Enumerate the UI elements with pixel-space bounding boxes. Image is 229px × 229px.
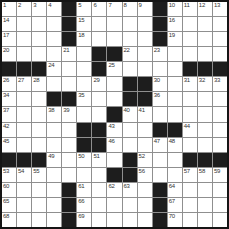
cell-r7c13[interactable] — [183, 92, 197, 106]
cell-r8c5[interactable]: 39 — [62, 107, 76, 121]
clue-number-9: 9 — [139, 2, 142, 8]
cell-r1c7[interactable]: 6 — [92, 2, 106, 16]
clue-number-54: 54 — [18, 168, 24, 174]
clue-number-49: 49 — [48, 153, 54, 159]
clue-number-28: 28 — [33, 77, 39, 83]
cell-r2c7[interactable] — [92, 17, 106, 31]
cell-r8c10[interactable]: 41 — [138, 107, 152, 121]
cell-r11c12[interactable] — [168, 153, 182, 167]
cell-r7c1[interactable]: 34 — [2, 92, 16, 106]
cell-r12c3[interactable]: 55 — [32, 168, 46, 182]
cell-r10c9[interactable] — [123, 138, 137, 152]
cell-r3c10[interactable] — [138, 32, 152, 46]
clue-number-38: 38 — [48, 107, 54, 113]
cell-r3c7[interactable] — [92, 32, 106, 46]
cell-r15c1[interactable]: 68 — [2, 213, 16, 227]
cell-r3c1[interactable]: 17 — [2, 32, 16, 46]
cell-r5c10[interactable] — [138, 62, 152, 76]
cell-r2c6[interactable]: 15 — [77, 17, 91, 31]
cell-r6c7[interactable]: 29 — [92, 77, 106, 91]
clue-number-60: 60 — [3, 183, 9, 189]
cell-r6c3[interactable]: 28 — [32, 77, 46, 91]
cell-r4c6[interactable] — [77, 47, 91, 61]
cell-r7c2[interactable] — [17, 92, 31, 106]
cell-r7c7[interactable] — [92, 92, 106, 106]
cell-r4c10[interactable] — [138, 47, 152, 61]
cell-r12c13[interactable]: 57 — [183, 168, 197, 182]
clue-number-11: 11 — [184, 2, 190, 8]
black-cell-r11c14 — [198, 153, 212, 167]
cell-r14c6[interactable]: 66 — [77, 198, 91, 212]
black-cell-r11c9 — [123, 153, 137, 167]
cell-r1c10[interactable]: 9 — [138, 2, 152, 16]
cell-r9c3[interactable] — [32, 123, 46, 137]
black-cell-r9c7 — [92, 123, 106, 137]
cell-r10c3[interactable] — [32, 138, 46, 152]
cell-r11c10[interactable]: 52 — [138, 153, 152, 167]
cell-r1c4[interactable]: 4 — [47, 2, 61, 16]
cell-r4c2[interactable] — [17, 47, 31, 61]
clue-number-67: 67 — [169, 198, 175, 204]
black-cell-r5c1 — [2, 62, 16, 76]
cell-r3c13[interactable] — [183, 32, 197, 46]
cell-r13c10[interactable] — [138, 183, 152, 197]
cell-r3c14[interactable] — [198, 32, 212, 46]
cell-r6c12[interactable] — [168, 77, 182, 91]
cell-r12c10[interactable]: 56 — [138, 168, 152, 182]
cell-r3c6[interactable]: 18 — [77, 32, 91, 46]
cell-r7c14[interactable] — [198, 92, 212, 106]
clue-number-22: 22 — [124, 47, 130, 53]
cell-r5c11[interactable] — [153, 62, 167, 76]
cell-r11c5[interactable] — [62, 153, 76, 167]
black-cell-r7c5 — [62, 92, 76, 106]
cell-r12c14[interactable]: 58 — [198, 168, 212, 182]
cell-r1c6[interactable]: 5 — [77, 2, 91, 16]
black-cell-r9c12 — [168, 123, 182, 137]
clue-number-17: 17 — [3, 32, 9, 38]
clue-number-61: 61 — [78, 183, 84, 189]
clue-number-50: 50 — [78, 153, 84, 159]
cell-r15c8[interactable] — [107, 213, 121, 227]
black-cell-r5c2 — [17, 62, 31, 76]
black-cell-r11c1 — [2, 153, 16, 167]
cell-r8c4[interactable]: 38 — [47, 107, 61, 121]
black-cell-r11c13 — [183, 153, 197, 167]
cell-r8c6[interactable] — [77, 107, 91, 121]
clue-number-39: 39 — [63, 107, 69, 113]
cell-r14c10[interactable] — [138, 198, 152, 212]
cell-r14c12[interactable]: 67 — [168, 198, 182, 212]
clue-number-10: 10 — [169, 2, 175, 8]
cell-r14c7[interactable] — [92, 198, 106, 212]
cell-r12c6[interactable] — [77, 168, 91, 182]
cell-r15c9[interactable] — [123, 213, 137, 227]
clue-number-4: 4 — [48, 2, 51, 8]
clue-number-37: 37 — [3, 107, 9, 113]
black-cell-r7c10 — [138, 92, 152, 106]
clue-number-52: 52 — [139, 153, 145, 159]
cell-r10c1[interactable]: 45 — [2, 138, 16, 152]
clue-number-69: 69 — [78, 213, 84, 219]
cell-r1c15[interactable]: 13 — [213, 2, 227, 16]
clue-number-36: 36 — [154, 92, 160, 98]
cell-r14c14[interactable] — [198, 198, 212, 212]
cell-r2c4[interactable] — [47, 17, 61, 31]
clue-number-40: 40 — [124, 107, 130, 113]
clue-number-56: 56 — [139, 168, 145, 174]
cell-r15c13[interactable] — [183, 213, 197, 227]
black-cell-r7c4 — [47, 92, 61, 106]
black-cell-r5c7 — [92, 62, 106, 76]
cell-r15c15[interactable] — [213, 213, 227, 227]
clue-number-59: 59 — [214, 168, 220, 174]
clue-number-24: 24 — [48, 62, 54, 68]
cell-r13c12[interactable]: 64 — [168, 183, 182, 197]
cell-r1c13[interactable]: 11 — [183, 2, 197, 16]
cell-r8c9[interactable]: 40 — [123, 107, 137, 121]
clue-number-65: 65 — [3, 198, 9, 204]
cell-r2c13[interactable] — [183, 17, 197, 31]
cell-r7c3[interactable] — [32, 92, 46, 106]
cell-r6c8[interactable] — [107, 77, 121, 91]
clue-number-26: 26 — [3, 77, 9, 83]
clue-number-66: 66 — [78, 198, 84, 204]
cell-r3c9[interactable] — [123, 32, 137, 46]
cell-r8c11[interactable] — [153, 107, 167, 121]
cell-r5c5[interactable] — [62, 62, 76, 76]
cell-r4c11[interactable]: 23 — [153, 47, 167, 61]
cell-r14c13[interactable] — [183, 198, 197, 212]
cell-r1c1[interactable]: 1 — [2, 2, 16, 16]
cell-r8c15[interactable] — [213, 107, 227, 121]
clue-number-2: 2 — [18, 2, 21, 8]
cell-r11c8[interactable] — [107, 153, 121, 167]
clue-number-43: 43 — [108, 123, 114, 129]
cell-r1c12[interactable]: 10 — [168, 2, 182, 16]
cell-r10c11[interactable]: 47 — [153, 138, 167, 152]
cell-r15c10[interactable] — [138, 213, 152, 227]
clue-number-55: 55 — [33, 168, 39, 174]
cell-r6c1[interactable]: 26 — [2, 77, 16, 91]
cell-r3c8[interactable] — [107, 32, 121, 46]
clue-number-12: 12 — [199, 2, 205, 8]
cell-r12c15[interactable]: 59 — [213, 168, 227, 182]
cell-r2c3[interactable] — [32, 17, 46, 31]
black-cell-r12c9 — [123, 168, 137, 182]
clue-number-58: 58 — [199, 168, 205, 174]
cell-r12c5[interactable] — [62, 168, 76, 182]
cell-r2c10[interactable] — [138, 17, 152, 31]
cell-r9c9[interactable] — [123, 123, 137, 137]
cell-r15c12[interactable]: 70 — [168, 213, 182, 227]
black-cell-r8c8 — [107, 107, 121, 121]
cell-r6c11[interactable]: 30 — [153, 77, 167, 91]
cell-r10c2[interactable] — [17, 138, 31, 152]
black-cell-r5c13 — [183, 62, 197, 76]
clue-number-64: 64 — [169, 183, 175, 189]
cell-r12c2[interactable]: 54 — [17, 168, 31, 182]
cell-r11c7[interactable]: 51 — [92, 153, 106, 167]
clue-number-57: 57 — [184, 168, 190, 174]
black-cell-r2c5 — [62, 17, 76, 31]
black-cell-r2c11 — [153, 17, 167, 31]
cell-r15c4[interactable] — [47, 213, 61, 227]
clue-number-30: 30 — [154, 77, 160, 83]
cell-r3c12[interactable]: 19 — [168, 32, 182, 46]
cell-r6c2[interactable]: 27 — [17, 77, 31, 91]
clue-number-18: 18 — [78, 32, 84, 38]
cell-r6c14[interactable]: 32 — [198, 77, 212, 91]
cell-r10c15[interactable] — [213, 138, 227, 152]
cell-r13c1[interactable]: 60 — [2, 183, 16, 197]
cell-r14c2[interactable] — [17, 198, 31, 212]
black-cell-r10c6 — [77, 138, 91, 152]
clue-number-13: 13 — [214, 2, 220, 8]
cell-r4c15[interactable] — [213, 47, 227, 61]
cell-r15c2[interactable] — [17, 213, 31, 227]
black-cell-r11c15 — [213, 153, 227, 167]
cell-r15c3[interactable] — [32, 213, 46, 227]
cell-r7c6[interactable]: 35 — [77, 92, 91, 106]
cell-r8c1[interactable]: 37 — [2, 107, 16, 121]
cell-r13c3[interactable] — [32, 183, 46, 197]
cell-r3c15[interactable] — [213, 32, 227, 46]
black-cell-r11c2 — [17, 153, 31, 167]
cell-r2c15[interactable] — [213, 17, 227, 31]
cell-r5c12[interactable] — [168, 62, 182, 76]
cell-r7c8[interactable] — [107, 92, 121, 106]
cell-r12c4[interactable] — [47, 168, 61, 182]
cell-r9c14[interactable] — [198, 123, 212, 137]
cell-r6c5[interactable] — [62, 77, 76, 91]
black-cell-r15c5 — [62, 213, 76, 227]
cell-r1c9[interactable]: 8 — [123, 2, 137, 16]
cell-r10c12[interactable]: 48 — [168, 138, 182, 152]
cell-r4c1[interactable]: 20 — [2, 47, 16, 61]
cell-r3c4[interactable] — [47, 32, 61, 46]
black-cell-r4c8 — [107, 47, 121, 61]
cell-r11c4[interactable]: 49 — [47, 153, 61, 167]
clue-number-3: 3 — [33, 2, 36, 8]
cell-r4c13[interactable] — [183, 47, 197, 61]
cell-r12c12[interactable] — [168, 168, 182, 182]
cell-r4c5[interactable]: 21 — [62, 47, 76, 61]
black-cell-r9c6 — [77, 123, 91, 137]
cell-r5c6[interactable] — [77, 62, 91, 76]
black-cell-r7c9 — [123, 92, 137, 106]
cell-r11c6[interactable]: 50 — [77, 153, 91, 167]
cell-r14c8[interactable] — [107, 198, 121, 212]
cell-r1c14[interactable]: 12 — [198, 2, 212, 16]
cell-r2c9[interactable] — [123, 17, 137, 31]
black-cell-r5c14 — [198, 62, 212, 76]
black-cell-r15c11 — [153, 213, 167, 227]
clue-number-46: 46 — [108, 138, 114, 144]
clue-number-48: 48 — [169, 138, 175, 144]
cell-r1c2[interactable]: 2 — [17, 2, 31, 16]
cell-r15c6[interactable]: 69 — [77, 213, 91, 227]
cell-r4c9[interactable]: 22 — [123, 47, 137, 61]
clue-number-1: 1 — [3, 2, 6, 8]
cell-r9c1[interactable]: 42 — [2, 123, 16, 137]
cell-r8c7[interactable] — [92, 107, 106, 121]
cell-r13c13[interactable] — [183, 183, 197, 197]
clue-number-6: 6 — [93, 2, 96, 8]
black-cell-r6c9 — [123, 77, 137, 91]
cell-r13c9[interactable]: 63 — [123, 183, 137, 197]
cell-r14c4[interactable] — [47, 198, 61, 212]
clue-number-7: 7 — [108, 2, 111, 8]
cell-r13c14[interactable] — [198, 183, 212, 197]
black-cell-r3c5 — [62, 32, 76, 46]
cell-r13c7[interactable] — [92, 183, 106, 197]
clue-number-31: 31 — [184, 77, 190, 83]
cell-r2c14[interactable] — [198, 17, 212, 31]
cell-r10c14[interactable] — [198, 138, 212, 152]
cell-r6c13[interactable]: 31 — [183, 77, 197, 91]
clue-number-44: 44 — [184, 123, 190, 129]
black-cell-r13c5 — [62, 183, 76, 197]
clue-number-33: 33 — [214, 77, 220, 83]
cell-r3c2[interactable] — [17, 32, 31, 46]
cell-r14c1[interactable]: 65 — [2, 198, 16, 212]
black-cell-r4c7 — [92, 47, 106, 61]
clue-number-25: 25 — [108, 62, 114, 68]
black-cell-r5c15 — [213, 62, 227, 76]
cell-r12c11[interactable] — [153, 168, 167, 182]
cell-r6c6[interactable] — [77, 77, 91, 91]
black-cell-r1c11 — [153, 2, 167, 16]
clue-number-8: 8 — [124, 2, 127, 8]
black-cell-r3c11 — [153, 32, 167, 46]
clue-number-70: 70 — [169, 213, 175, 219]
cell-r10c5[interactable] — [62, 138, 76, 152]
cell-r5c8[interactable]: 25 — [107, 62, 121, 76]
clue-number-5: 5 — [78, 2, 81, 8]
cell-r1c8[interactable]: 7 — [107, 2, 121, 16]
clue-number-47: 47 — [154, 138, 160, 144]
clue-number-63: 63 — [124, 183, 130, 189]
cell-r1c3[interactable]: 3 — [32, 2, 46, 16]
black-cell-r1c5 — [62, 2, 76, 16]
cell-r10c8[interactable]: 46 — [107, 138, 121, 152]
cell-r12c7[interactable] — [92, 168, 106, 182]
cell-r7c15[interactable] — [213, 92, 227, 106]
cell-r13c15[interactable] — [213, 183, 227, 197]
clue-number-23: 23 — [154, 47, 160, 53]
clue-number-27: 27 — [18, 77, 24, 83]
black-cell-r6c10 — [138, 77, 152, 91]
clue-number-62: 62 — [108, 183, 114, 189]
clue-number-51: 51 — [93, 153, 99, 159]
cell-r13c8[interactable]: 62 — [107, 183, 121, 197]
cell-r4c3[interactable] — [32, 47, 46, 61]
black-cell-r9c11 — [153, 123, 167, 137]
cell-r10c13[interactable] — [183, 138, 197, 152]
cell-r9c13[interactable]: 44 — [183, 123, 197, 137]
clue-number-29: 29 — [93, 77, 99, 83]
clue-number-42: 42 — [3, 123, 9, 129]
clue-number-20: 20 — [3, 47, 9, 53]
clue-number-19: 19 — [169, 32, 175, 38]
crossword-grid: 1234567891011121314151617181920212223242… — [0, 0, 229, 229]
cell-r15c14[interactable] — [198, 213, 212, 227]
cell-r8c14[interactable] — [198, 107, 212, 121]
cell-r11c11[interactable] — [153, 153, 167, 167]
black-cell-r14c5 — [62, 198, 76, 212]
cell-r8c12[interactable] — [168, 107, 182, 121]
cell-r9c8[interactable]: 43 — [107, 123, 121, 137]
clue-number-35: 35 — [78, 92, 84, 98]
cell-r13c4[interactable] — [47, 183, 61, 197]
cell-r6c15[interactable]: 33 — [213, 77, 227, 91]
cell-r9c5[interactable] — [62, 123, 76, 137]
cell-r7c11[interactable]: 36 — [153, 92, 167, 106]
cell-r8c13[interactable] — [183, 107, 197, 121]
clue-number-45: 45 — [3, 138, 9, 144]
cell-r5c9[interactable] — [123, 62, 137, 76]
clue-number-41: 41 — [139, 107, 145, 113]
black-cell-r5c3 — [32, 62, 46, 76]
cell-r2c2[interactable] — [17, 17, 31, 31]
cell-r13c2[interactable] — [17, 183, 31, 197]
clue-number-53: 53 — [3, 168, 9, 174]
cell-r4c12[interactable] — [168, 47, 182, 61]
cell-r12c1[interactable]: 53 — [2, 168, 16, 182]
cell-r8c3[interactable] — [32, 107, 46, 121]
clue-number-32: 32 — [199, 77, 205, 83]
black-cell-r10c7 — [92, 138, 106, 152]
clue-number-34: 34 — [3, 92, 9, 98]
cell-r14c3[interactable] — [32, 198, 46, 212]
clue-number-16: 16 — [169, 17, 175, 23]
cell-r6c4[interactable] — [47, 77, 61, 91]
clue-number-15: 15 — [78, 17, 84, 23]
cell-r14c9[interactable] — [123, 198, 137, 212]
cell-r15c7[interactable] — [92, 213, 106, 227]
cell-r4c4[interactable] — [47, 47, 61, 61]
cell-r5c4[interactable]: 24 — [47, 62, 61, 76]
cell-r4c14[interactable] — [198, 47, 212, 61]
cell-r10c4[interactable] — [47, 138, 61, 152]
cell-r8c2[interactable] — [17, 107, 31, 121]
black-cell-r12c8 — [107, 168, 121, 182]
clue-number-21: 21 — [63, 47, 69, 53]
cell-r13c6[interactable]: 61 — [77, 183, 91, 197]
clue-number-14: 14 — [3, 17, 9, 23]
cell-r3c3[interactable] — [32, 32, 46, 46]
black-cell-r13c11 — [153, 183, 167, 197]
cell-r2c12[interactable]: 16 — [168, 17, 182, 31]
cell-r10c10[interactable] — [138, 138, 152, 152]
cell-r14c15[interactable] — [213, 198, 227, 212]
black-cell-r14c11 — [153, 198, 167, 212]
cell-r9c4[interactable] — [47, 123, 61, 137]
cell-r9c15[interactable] — [213, 123, 227, 137]
cell-r2c8[interactable] — [107, 17, 121, 31]
cell-r9c10[interactable] — [138, 123, 152, 137]
cell-r2c1[interactable]: 14 — [2, 17, 16, 31]
black-cell-r11c3 — [32, 153, 46, 167]
cell-r7c12[interactable] — [168, 92, 182, 106]
clue-number-68: 68 — [3, 213, 9, 219]
cell-r9c2[interactable] — [17, 123, 31, 137]
